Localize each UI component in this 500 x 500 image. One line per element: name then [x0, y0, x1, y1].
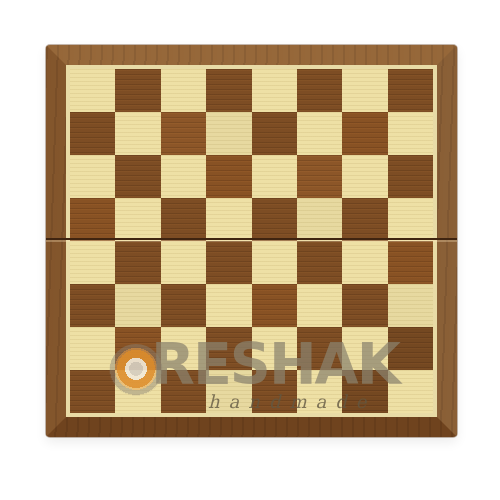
square-h3 [388, 284, 433, 327]
square-d3 [206, 284, 251, 327]
square-e8 [252, 69, 297, 112]
square-b5 [115, 198, 160, 241]
square-e1 [252, 370, 297, 413]
square-c2 [161, 327, 206, 370]
square-d1 [206, 370, 251, 413]
square-h8 [388, 69, 433, 112]
square-c5 [161, 198, 206, 241]
square-g5 [342, 198, 387, 241]
square-a4 [70, 241, 115, 284]
square-b8 [115, 69, 160, 112]
square-a8 [70, 69, 115, 112]
square-h1 [388, 370, 433, 413]
chess-board [46, 45, 457, 437]
square-d4 [206, 241, 251, 284]
square-c6 [161, 155, 206, 198]
square-a6 [70, 155, 115, 198]
square-h4 [388, 241, 433, 284]
square-g4 [342, 241, 387, 284]
square-a2 [70, 327, 115, 370]
square-e7 [252, 112, 297, 155]
square-g3 [342, 284, 387, 327]
square-c3 [161, 284, 206, 327]
square-g7 [342, 112, 387, 155]
square-d5 [206, 198, 251, 241]
square-e2 [252, 327, 297, 370]
square-b7 [115, 112, 160, 155]
fold-seam [46, 238, 457, 242]
square-h5 [388, 198, 433, 241]
square-b3 [115, 284, 160, 327]
square-b2 [115, 327, 160, 370]
square-h6 [388, 155, 433, 198]
square-e3 [252, 284, 297, 327]
square-g1 [342, 370, 387, 413]
square-d7 [206, 112, 251, 155]
square-f2 [297, 327, 342, 370]
square-c8 [161, 69, 206, 112]
square-b4 [115, 241, 160, 284]
square-c1 [161, 370, 206, 413]
square-e4 [252, 241, 297, 284]
square-a7 [70, 112, 115, 155]
square-g2 [342, 327, 387, 370]
square-f5 [297, 198, 342, 241]
square-g6 [342, 155, 387, 198]
square-b1 [115, 370, 160, 413]
square-e6 [252, 155, 297, 198]
square-d8 [206, 69, 251, 112]
square-f3 [297, 284, 342, 327]
square-f6 [297, 155, 342, 198]
square-h2 [388, 327, 433, 370]
photo-background: RESHAK handmade [0, 0, 500, 500]
square-g8 [342, 69, 387, 112]
square-a5 [70, 198, 115, 241]
square-f8 [297, 69, 342, 112]
square-a1 [70, 370, 115, 413]
square-b6 [115, 155, 160, 198]
square-f4 [297, 241, 342, 284]
square-d2 [206, 327, 251, 370]
square-a3 [70, 284, 115, 327]
square-f7 [297, 112, 342, 155]
square-f1 [297, 370, 342, 413]
square-e5 [252, 198, 297, 241]
square-c7 [161, 112, 206, 155]
square-d6 [206, 155, 251, 198]
square-c4 [161, 241, 206, 284]
square-h7 [388, 112, 433, 155]
